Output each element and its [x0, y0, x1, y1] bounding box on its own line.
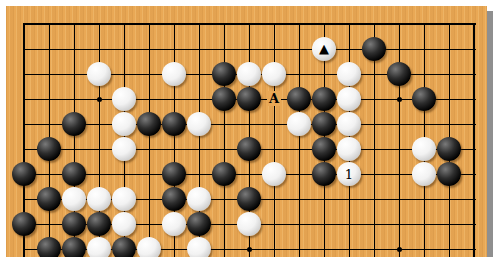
black-stone: [212, 62, 236, 86]
white-stone: [112, 187, 136, 211]
white-stone: [112, 212, 136, 236]
black-stone: [62, 162, 86, 186]
black-stone: [312, 137, 336, 161]
grid-line-vertical: [473, 23, 475, 257]
black-stone: [37, 187, 61, 211]
black-stone: [437, 137, 461, 161]
white-stone: [262, 62, 286, 86]
black-stone: [412, 87, 436, 111]
white-stone: [87, 237, 111, 257]
black-stone: [162, 162, 186, 186]
white-stone: [112, 87, 136, 111]
black-stone: [62, 237, 86, 257]
star-point: [397, 247, 402, 252]
grid-line-horizontal: [23, 49, 476, 50]
white-stone: [412, 137, 436, 161]
black-stone: [362, 37, 386, 61]
star-point: [397, 97, 402, 102]
white-stone: [337, 112, 361, 136]
white-stone: [112, 137, 136, 161]
black-stone: [187, 212, 211, 236]
grid-line-horizontal: [23, 23, 476, 25]
black-stone: [312, 112, 336, 136]
white-stone: [237, 212, 261, 236]
board-edge-shadow: [487, 11, 493, 257]
grid-line-vertical: [224, 23, 225, 257]
grid-line-horizontal: [23, 174, 476, 175]
white-stone: 1: [337, 162, 361, 186]
white-stone: [287, 112, 311, 136]
black-stone: [212, 162, 236, 186]
grid-line-vertical: [299, 23, 300, 257]
white-stone: [337, 62, 361, 86]
black-stone: [37, 137, 61, 161]
black-stone: [162, 187, 186, 211]
move-number-label: 1: [345, 168, 353, 181]
black-stone: [137, 112, 161, 136]
white-stone: [187, 237, 211, 257]
black-stone: [112, 237, 136, 257]
white-stone: [112, 112, 136, 136]
white-stone: [412, 162, 436, 186]
black-stone: [237, 187, 261, 211]
star-point: [247, 247, 252, 252]
black-stone: [287, 87, 311, 111]
black-stone: [62, 112, 86, 136]
black-stone: [312, 87, 336, 111]
grid-line-vertical: [149, 23, 150, 257]
grid-line-vertical: [274, 23, 275, 257]
black-stone: [237, 87, 261, 111]
black-stone: [237, 137, 261, 161]
black-stone: [312, 162, 336, 186]
white-stone: [262, 162, 286, 186]
white-stone: [162, 212, 186, 236]
triangle-mark-icon: ▲: [319, 42, 329, 55]
black-stone: [162, 112, 186, 136]
black-stone: [62, 212, 86, 236]
white-stone: ▲: [312, 37, 336, 61]
grid-line-vertical: [399, 23, 400, 257]
star-point: [97, 97, 102, 102]
black-stone: [12, 162, 36, 186]
black-stone: [87, 212, 111, 236]
black-stone: [387, 62, 411, 86]
white-stone: [337, 137, 361, 161]
white-stone: [162, 62, 186, 86]
black-stone: [12, 212, 36, 236]
point-label-A: A: [267, 91, 281, 106]
go-diagram: ▲1A: [0, 0, 500, 257]
white-stone: [137, 237, 161, 257]
black-stone: [212, 87, 236, 111]
grid-line-horizontal: [23, 124, 476, 125]
white-stone: [62, 187, 86, 211]
black-stone: [437, 162, 461, 186]
white-stone: [237, 62, 261, 86]
white-stone: [337, 87, 361, 111]
white-stone: [87, 62, 111, 86]
white-stone: [187, 112, 211, 136]
white-stone: [187, 187, 211, 211]
white-stone: [87, 187, 111, 211]
black-stone: [37, 237, 61, 257]
